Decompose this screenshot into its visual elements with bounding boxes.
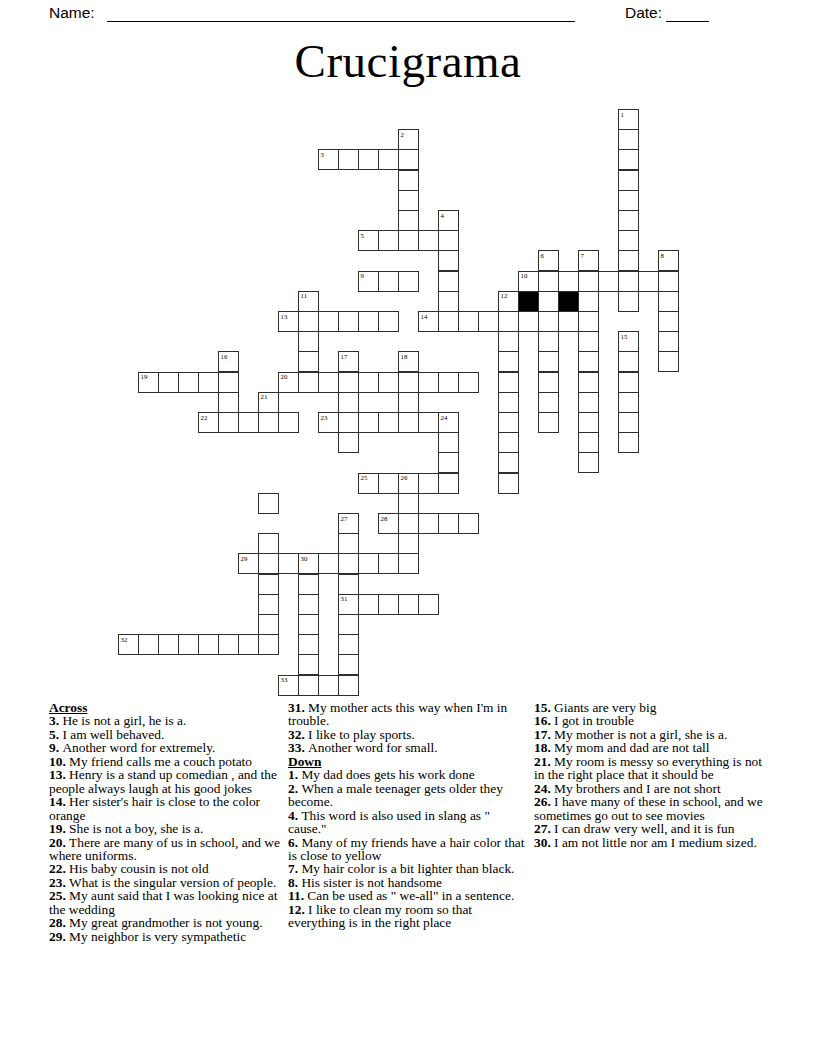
cell-r13-c12[interactable] bbox=[358, 372, 379, 393]
cell-r8-c26[interactable] bbox=[638, 271, 659, 292]
clue-number-9: 9 bbox=[361, 272, 364, 279]
cell-r18-c15[interactable] bbox=[418, 473, 439, 494]
cell-r24-c7[interactable] bbox=[258, 594, 279, 615]
cell-r1-c25[interactable] bbox=[618, 129, 639, 150]
cell-r10-c19[interactable] bbox=[498, 311, 519, 332]
clue-column-2: 31. My mother acts this way when I'm in … bbox=[288, 701, 528, 930]
cell-r28-c8[interactable]: 33 bbox=[278, 675, 299, 696]
cell-r8-c14[interactable] bbox=[398, 271, 419, 292]
cell-r8-c13[interactable] bbox=[378, 271, 399, 292]
cell-r15-c10[interactable]: 23 bbox=[318, 412, 339, 433]
cell-r10-c10[interactable] bbox=[318, 311, 339, 332]
clue-across-33: 33. Another word for small. bbox=[288, 741, 528, 754]
clue-number-13: 13 bbox=[281, 313, 288, 320]
clue-across-23: 23. What is the singular version of peop… bbox=[49, 876, 287, 889]
cell-r7-c21[interactable]: 6 bbox=[538, 250, 559, 271]
cell-r26-c7[interactable] bbox=[258, 634, 279, 655]
clue-down-17: 17. My mother is not a girl, she is a. bbox=[534, 728, 766, 741]
clue-down-16: 16. I got in trouble bbox=[534, 714, 766, 727]
cell-r14-c23[interactable] bbox=[578, 392, 599, 413]
clue-number-15: 15 bbox=[621, 333, 628, 340]
cell-r9-c27[interactable] bbox=[658, 291, 679, 312]
clue-across-5: 5. I am well behaved. bbox=[49, 728, 287, 741]
clue-number-18: 18 bbox=[401, 353, 408, 360]
cell-r11-c25[interactable]: 15 bbox=[618, 331, 639, 352]
clue-number-19: 19 bbox=[141, 373, 148, 380]
cell-r13-c23[interactable] bbox=[578, 372, 599, 393]
cell-r16-c19[interactable] bbox=[498, 432, 519, 453]
clue-number-12: 12 bbox=[501, 292, 508, 299]
name-date-bar: Name: Date: bbox=[0, 2, 816, 24]
cell-r14-c7[interactable]: 21 bbox=[258, 392, 279, 413]
cell-r8-c27[interactable] bbox=[658, 271, 679, 292]
cell-r23-c9[interactable] bbox=[298, 574, 319, 595]
cell-r24-c11[interactable]: 31 bbox=[338, 594, 359, 615]
cell-r15-c15[interactable] bbox=[418, 412, 439, 433]
cell-r10-c9[interactable] bbox=[298, 311, 319, 332]
cell-r7-c27[interactable]: 8 bbox=[658, 250, 679, 271]
cell-r12-c19[interactable] bbox=[498, 351, 519, 372]
cell-r15-c21[interactable] bbox=[538, 412, 559, 433]
clue-down-30: 30. I am not little nor am I medium size… bbox=[534, 836, 766, 849]
cell-r16-c11[interactable] bbox=[338, 432, 359, 453]
clue-down-7: 7. My hair color is a bit lighter than b… bbox=[288, 862, 528, 875]
clue-number-5: 5 bbox=[361, 232, 364, 239]
clue-number-33: 33 bbox=[281, 676, 288, 683]
clue-across-10: 10. My friend calls me a couch potato bbox=[49, 755, 287, 768]
cell-r25-c11[interactable] bbox=[338, 614, 359, 635]
cell-r9-c23[interactable] bbox=[578, 291, 599, 312]
cell-r5-c25[interactable] bbox=[618, 210, 639, 231]
cell-r14-c14[interactable] bbox=[398, 392, 419, 413]
cell-r22-c11[interactable] bbox=[338, 553, 359, 574]
cell-r9-c21[interactable] bbox=[538, 291, 559, 312]
cell-r22-c13[interactable] bbox=[378, 553, 399, 574]
clue-number-27: 27 bbox=[341, 515, 348, 522]
clue-down-11: 11. Can be used as " we-all" in a senten… bbox=[288, 889, 528, 902]
clue-number-28: 28 bbox=[381, 515, 388, 522]
cell-r1-c14[interactable]: 2 bbox=[398, 129, 419, 150]
cell-r26-c6[interactable] bbox=[238, 634, 259, 655]
cell-r6-c14[interactable] bbox=[398, 230, 419, 251]
cell-r13-c10[interactable] bbox=[318, 372, 339, 393]
cell-r25-c9[interactable] bbox=[298, 614, 319, 635]
cell-r15-c14[interactable] bbox=[398, 412, 419, 433]
cell-r24-c14[interactable] bbox=[398, 594, 419, 615]
cell-r6-c15[interactable] bbox=[418, 230, 439, 251]
name-blank-line[interactable] bbox=[107, 3, 575, 22]
cell-r12-c5[interactable]: 16 bbox=[218, 351, 239, 372]
clue-across-3: 3. He is not a girl, he is a. bbox=[49, 714, 287, 727]
cell-r6-c12[interactable]: 5 bbox=[358, 230, 379, 251]
cell-r22-c7[interactable] bbox=[258, 553, 279, 574]
blocked-cell-r9-c22 bbox=[558, 291, 579, 312]
cell-r13-c3[interactable] bbox=[178, 372, 199, 393]
cell-r2-c14[interactable] bbox=[398, 149, 419, 170]
cell-r10-c18[interactable] bbox=[478, 311, 499, 332]
cell-r10-c23[interactable] bbox=[578, 311, 599, 332]
clue-down-12: 12. I like to clean my room so that ever… bbox=[288, 903, 528, 930]
cell-r12-c21[interactable] bbox=[538, 351, 559, 372]
cell-r17-c19[interactable] bbox=[498, 452, 519, 473]
clue-number-30: 30 bbox=[301, 555, 308, 562]
clue-number-32: 32 bbox=[121, 636, 128, 643]
cell-r26-c1[interactable] bbox=[138, 634, 159, 655]
across-header: Across bbox=[49, 701, 287, 714]
cell-r4-c25[interactable] bbox=[618, 190, 639, 211]
cell-r22-c8[interactable] bbox=[278, 553, 299, 574]
cell-r23-c11[interactable] bbox=[338, 574, 359, 595]
cell-r11-c23[interactable] bbox=[578, 331, 599, 352]
cell-r22-c6[interactable]: 29 bbox=[238, 553, 259, 574]
cell-r8-c25[interactable] bbox=[618, 271, 639, 292]
cell-r2-c12[interactable] bbox=[358, 149, 379, 170]
cell-r9-c16[interactable] bbox=[438, 291, 459, 312]
cell-r25-c7[interactable] bbox=[258, 614, 279, 635]
cell-r3-c14[interactable] bbox=[398, 170, 419, 191]
cell-r24-c9[interactable] bbox=[298, 594, 319, 615]
cell-r26-c2[interactable] bbox=[158, 634, 179, 655]
cell-r2-c10[interactable]: 3 bbox=[318, 149, 339, 170]
cell-r15-c6[interactable] bbox=[238, 412, 259, 433]
cell-r12-c25[interactable] bbox=[618, 351, 639, 372]
cell-r21-c14[interactable] bbox=[398, 533, 419, 554]
blocked-cell-r9-c20 bbox=[518, 291, 539, 312]
clue-across-14: 14. Her sister's hair is close to the co… bbox=[49, 795, 287, 822]
clue-number-10: 10 bbox=[521, 272, 528, 279]
cell-r20-c17[interactable] bbox=[458, 513, 479, 534]
cell-r8-c21[interactable] bbox=[538, 271, 559, 292]
cell-r26-c5[interactable] bbox=[218, 634, 239, 655]
cell-r10-c16[interactable] bbox=[438, 311, 459, 332]
clue-number-25: 25 bbox=[361, 474, 368, 481]
cell-r13-c21[interactable] bbox=[538, 372, 559, 393]
cell-r20-c15[interactable] bbox=[418, 513, 439, 534]
cell-r18-c14[interactable]: 26 bbox=[398, 473, 419, 494]
page-title: Crucigrama bbox=[0, 34, 816, 88]
cell-r15-c7[interactable] bbox=[258, 412, 279, 433]
cell-r15-c23[interactable] bbox=[578, 412, 599, 433]
clue-across-29: 29. My neighbor is very sympathetic bbox=[49, 930, 287, 943]
cell-r14-c5[interactable] bbox=[218, 392, 239, 413]
cell-r15-c13[interactable] bbox=[378, 412, 399, 433]
clue-number-7: 7 bbox=[581, 252, 584, 259]
cell-r15-c12[interactable] bbox=[358, 412, 379, 433]
cell-r16-c23[interactable] bbox=[578, 432, 599, 453]
cell-r8-c20[interactable]: 10 bbox=[518, 271, 539, 292]
cell-r10-c8[interactable]: 13 bbox=[278, 311, 299, 332]
clue-across-13: 13. Henry is a stand up comedian , and t… bbox=[49, 768, 287, 795]
cell-r19-c7[interactable] bbox=[258, 493, 279, 514]
clue-down-26: 26. I have many of these in school, and … bbox=[534, 795, 766, 822]
cell-r14-c21[interactable] bbox=[538, 392, 559, 413]
cell-r15-c25[interactable] bbox=[618, 412, 639, 433]
cell-r13-c9[interactable] bbox=[298, 372, 319, 393]
cell-r13-c8[interactable]: 20 bbox=[278, 372, 299, 393]
cell-r27-c11[interactable] bbox=[338, 654, 359, 675]
clue-number-6: 6 bbox=[541, 252, 544, 259]
cell-r8-c22[interactable] bbox=[558, 271, 579, 292]
cell-r18-c12[interactable]: 25 bbox=[358, 473, 379, 494]
cell-r8-c24[interactable] bbox=[598, 271, 619, 292]
clue-down-4: 4. This word is also used in slang as " … bbox=[288, 809, 528, 836]
clue-down-27: 27. I can draw very well, and it is fun bbox=[534, 822, 766, 835]
cell-r15-c8[interactable] bbox=[278, 412, 299, 433]
cell-r13-c5[interactable] bbox=[218, 372, 239, 393]
clue-down-21: 21. My room is messy so everything is no… bbox=[534, 755, 766, 782]
clue-down-1: 1. My dad does gets his work done bbox=[288, 768, 528, 781]
clue-across-20: 20. There are many of us in school, and … bbox=[49, 836, 287, 863]
cell-r10-c11[interactable] bbox=[338, 311, 359, 332]
clue-number-29: 29 bbox=[241, 555, 248, 562]
cell-r15-c16[interactable]: 24 bbox=[438, 412, 459, 433]
clue-down-8: 8. His sister is not handsome bbox=[288, 876, 528, 889]
clue-number-8: 8 bbox=[661, 252, 664, 259]
cell-r6-c25[interactable] bbox=[618, 230, 639, 251]
clue-number-20: 20 bbox=[281, 373, 288, 380]
cell-r10-c27[interactable] bbox=[658, 311, 679, 332]
cell-r26-c4[interactable] bbox=[198, 634, 219, 655]
cell-r10-c12[interactable] bbox=[358, 311, 379, 332]
cell-r27-c9[interactable] bbox=[298, 654, 319, 675]
cell-r18-c13[interactable] bbox=[378, 473, 399, 494]
cell-r7-c25[interactable] bbox=[618, 250, 639, 271]
cell-r10-c21[interactable] bbox=[538, 311, 559, 332]
cell-r13-c16[interactable] bbox=[438, 372, 459, 393]
cell-r3-c25[interactable] bbox=[618, 170, 639, 191]
cell-r6-c16[interactable] bbox=[438, 230, 459, 251]
crossword-grid: 1234567891011121314151617181920212223242… bbox=[118, 109, 680, 697]
clue-down-18: 18. My mom and dad are not tall bbox=[534, 741, 766, 754]
cell-r11-c9[interactable] bbox=[298, 331, 319, 352]
cell-r8-c16[interactable] bbox=[438, 271, 459, 292]
cell-r10-c22[interactable] bbox=[558, 311, 579, 332]
clue-column-3: 15. Giants are very big16. I got in trou… bbox=[534, 701, 766, 849]
cell-r10-c13[interactable] bbox=[378, 311, 399, 332]
cell-r7-c16[interactable] bbox=[438, 250, 459, 271]
clue-number-22: 22 bbox=[201, 414, 208, 421]
cell-r18-c16[interactable] bbox=[438, 473, 459, 494]
cell-r22-c14[interactable] bbox=[398, 553, 419, 574]
clue-number-1: 1 bbox=[621, 111, 624, 118]
clue-column-1: Across3. He is not a girl, he is a.5. I … bbox=[49, 701, 287, 943]
cell-r28-c11[interactable] bbox=[338, 675, 359, 696]
clue-down-6: 6. Many of my friends have a hair color … bbox=[288, 836, 528, 863]
cell-r2-c25[interactable] bbox=[618, 149, 639, 170]
cell-r16-c16[interactable] bbox=[438, 432, 459, 453]
cell-r20-c11[interactable]: 27 bbox=[338, 513, 359, 534]
cell-r17-c16[interactable] bbox=[438, 452, 459, 473]
cell-r5-c14[interactable] bbox=[398, 210, 419, 231]
cell-r15-c19[interactable] bbox=[498, 412, 519, 433]
cell-r14-c25[interactable] bbox=[618, 392, 639, 413]
cell-r2-c13[interactable] bbox=[378, 149, 399, 170]
cell-r18-c19[interactable] bbox=[498, 473, 519, 494]
clue-across-25: 25. My aunt said that I was looking nice… bbox=[49, 889, 287, 916]
cell-r10-c17[interactable] bbox=[458, 311, 479, 332]
cell-r13-c4[interactable] bbox=[198, 372, 219, 393]
cell-r5-c16[interactable]: 4 bbox=[438, 210, 459, 231]
cell-r4-c14[interactable] bbox=[398, 190, 419, 211]
cell-r11-c21[interactable] bbox=[538, 331, 559, 352]
cell-r0-c25[interactable]: 1 bbox=[618, 109, 639, 130]
cell-r16-c25[interactable] bbox=[618, 432, 639, 453]
clue-across-9: 9. Another word for extremely. bbox=[49, 741, 287, 754]
cell-r6-c13[interactable] bbox=[378, 230, 399, 251]
cell-r13-c17[interactable] bbox=[458, 372, 479, 393]
clue-number-3: 3 bbox=[321, 151, 324, 158]
cell-r15-c5[interactable] bbox=[218, 412, 239, 433]
cell-r28-c9[interactable] bbox=[298, 675, 319, 696]
cell-r22-c10[interactable] bbox=[318, 553, 339, 574]
cell-r12-c11[interactable]: 17 bbox=[338, 351, 359, 372]
cell-r13-c13[interactable] bbox=[378, 372, 399, 393]
cell-r23-c7[interactable] bbox=[258, 574, 279, 595]
cell-r12-c23[interactable] bbox=[578, 351, 599, 372]
cell-r9-c19[interactable]: 12 bbox=[498, 291, 519, 312]
clue-number-4: 4 bbox=[441, 212, 444, 219]
cell-r13-c14[interactable] bbox=[398, 372, 419, 393]
cell-r26-c0[interactable]: 32 bbox=[118, 634, 139, 655]
down-header: Down bbox=[288, 755, 528, 768]
name-label: Name: bbox=[49, 4, 95, 22]
cell-r24-c12[interactable] bbox=[358, 594, 379, 615]
cell-r26-c11[interactable] bbox=[338, 634, 359, 655]
cell-r8-c12[interactable]: 9 bbox=[358, 271, 379, 292]
cell-r13-c1[interactable]: 19 bbox=[138, 372, 159, 393]
cell-r9-c9[interactable]: 11 bbox=[298, 291, 319, 312]
cell-r13-c15[interactable] bbox=[418, 372, 439, 393]
cell-r12-c27[interactable] bbox=[658, 351, 679, 372]
cell-r12-c14[interactable]: 18 bbox=[398, 351, 419, 372]
cell-r13-c2[interactable] bbox=[158, 372, 179, 393]
cell-r13-c11[interactable] bbox=[338, 372, 359, 393]
cell-r26-c9[interactable] bbox=[298, 634, 319, 655]
clue-number-23: 23 bbox=[321, 414, 328, 421]
clue-number-11: 11 bbox=[301, 292, 308, 299]
cell-r9-c25[interactable] bbox=[618, 291, 639, 312]
cell-r12-c9[interactable] bbox=[298, 351, 319, 372]
cell-r15-c4[interactable]: 22 bbox=[198, 412, 219, 433]
clue-down-15: 15. Giants are very big bbox=[534, 701, 766, 714]
clue-down-24: 24. My brothers and I are not short bbox=[534, 782, 766, 795]
clue-across-32: 32. I like to play sports. bbox=[288, 728, 528, 741]
cell-r22-c9[interactable]: 30 bbox=[298, 553, 319, 574]
cell-r8-c23[interactable] bbox=[578, 271, 599, 292]
clue-number-24: 24 bbox=[441, 414, 448, 421]
cell-r10-c15[interactable]: 14 bbox=[418, 311, 439, 332]
cell-r14-c11[interactable] bbox=[338, 392, 359, 413]
clue-number-16: 16 bbox=[221, 353, 228, 360]
cell-r28-c10[interactable] bbox=[318, 675, 339, 696]
clue-across-28: 28. My great grandmother is not young. bbox=[49, 916, 287, 929]
cell-r14-c19[interactable] bbox=[498, 392, 519, 413]
clue-across-22: 22. His baby cousin is not old bbox=[49, 862, 287, 875]
clue-number-2: 2 bbox=[401, 131, 404, 138]
cell-r11-c27[interactable] bbox=[658, 331, 679, 352]
cell-r22-c12[interactable] bbox=[358, 553, 379, 574]
cell-r15-c11[interactable] bbox=[338, 412, 359, 433]
cell-r13-c19[interactable] bbox=[498, 372, 519, 393]
clue-number-26: 26 bbox=[401, 474, 408, 481]
cell-r24-c13[interactable] bbox=[378, 594, 399, 615]
cell-r17-c23[interactable] bbox=[578, 452, 599, 473]
date-label: Date: bbox=[625, 4, 662, 22]
cell-r24-c15[interactable] bbox=[418, 594, 439, 615]
cell-r20-c14[interactable] bbox=[398, 513, 419, 534]
clue-number-31: 31 bbox=[341, 595, 348, 602]
cell-r21-c11[interactable] bbox=[338, 533, 359, 554]
cell-r2-c11[interactable] bbox=[338, 149, 359, 170]
clue-number-21: 21 bbox=[261, 393, 268, 400]
cell-r11-c19[interactable] bbox=[498, 331, 519, 352]
clue-number-17: 17 bbox=[341, 353, 348, 360]
cell-r26-c3[interactable] bbox=[178, 634, 199, 655]
clue-across-19: 19. She is not a boy, she is a. bbox=[49, 822, 287, 835]
cell-r20-c16[interactable] bbox=[438, 513, 459, 534]
cell-r13-c25[interactable] bbox=[618, 372, 639, 393]
cell-r10-c20[interactable] bbox=[518, 311, 539, 332]
clue-down-2: 2. When a male teenager gets older they … bbox=[288, 782, 528, 809]
clue-number-14: 14 bbox=[421, 313, 428, 320]
cell-r7-c23[interactable]: 7 bbox=[578, 250, 599, 271]
cell-r21-c7[interactable] bbox=[258, 533, 279, 554]
cell-r19-c14[interactable] bbox=[398, 493, 419, 514]
clue-across-31: 31. My mother acts this way when I'm in … bbox=[288, 701, 528, 728]
date-blank-line[interactable] bbox=[666, 3, 709, 22]
cell-r20-c13[interactable]: 28 bbox=[378, 513, 399, 534]
